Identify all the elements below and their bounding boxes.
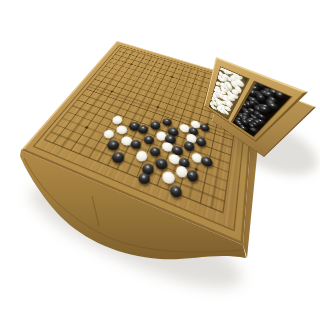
stone-glint: [182, 159, 186, 163]
stone-glint: [243, 103, 246, 105]
stone-glint: [199, 139, 203, 142]
black-stone[interactable]: [110, 151, 125, 165]
black-stone[interactable]: [168, 184, 183, 200]
stone-glint: [242, 127, 245, 128]
stone-glint: [116, 153, 121, 157]
white-stone[interactable]: [110, 115, 124, 126]
stone-glint: [168, 136, 172, 139]
tray-stone-black[interactable]: [240, 126, 249, 131]
stone-glint: [111, 142, 116, 146]
white-stone[interactable]: [101, 128, 116, 140]
black-stone[interactable]: [106, 139, 121, 152]
black-stone[interactable]: [148, 145, 162, 158]
stone-glint: [165, 119, 169, 122]
stone-glint: [251, 90, 254, 93]
stone-glint: [141, 126, 145, 129]
stone-glint: [259, 115, 263, 118]
black-stone[interactable]: [142, 134, 156, 146]
stone-glint: [260, 82, 264, 85]
stone-glint: [175, 147, 179, 151]
stone-glint: [251, 102, 254, 104]
stone-glint: [262, 107, 267, 109]
stone-glint: [159, 160, 164, 164]
stone-glint: [253, 87, 257, 88]
stone-glint: [253, 116, 256, 117]
go-set-photo: [0, 0, 320, 320]
stone-glint: [171, 129, 175, 132]
black-stone[interactable]: [185, 169, 199, 184]
stone-glint: [243, 120, 246, 123]
stone-glint: [187, 143, 191, 146]
stone-glint: [191, 128, 195, 131]
white-stone[interactable]: [115, 124, 129, 135]
white-stone[interactable]: [134, 150, 149, 163]
stone-glint: [134, 141, 138, 144]
black-stone[interactable]: [137, 124, 150, 135]
stone-glint: [266, 93, 270, 95]
stone-glint: [132, 123, 136, 126]
black-stone[interactable]: [195, 136, 207, 148]
stone-glint: [190, 172, 195, 176]
black-stone[interactable]: [200, 155, 213, 168]
stone-glint: [252, 128, 256, 130]
stone-glint: [277, 92, 282, 95]
white-stone[interactable]: [161, 170, 176, 185]
stone-glint: [141, 174, 146, 178]
black-stone[interactable]: [161, 117, 173, 128]
tray-stone-black[interactable]: [249, 127, 260, 133]
black-stone[interactable]: [154, 157, 168, 171]
black-stone[interactable]: [199, 122, 211, 133]
stone-glint: [147, 137, 151, 140]
stone-glint: [153, 148, 157, 152]
stone-glint: [145, 165, 150, 169]
stone-glint: [253, 122, 256, 124]
stone-glint: [259, 95, 263, 98]
stone-glint: [204, 158, 208, 162]
stone-glint: [250, 124, 253, 126]
stone-glint: [153, 123, 157, 126]
black-stone[interactable]: [149, 120, 162, 131]
stone-glint: [202, 125, 206, 128]
stone-glint: [173, 187, 178, 192]
